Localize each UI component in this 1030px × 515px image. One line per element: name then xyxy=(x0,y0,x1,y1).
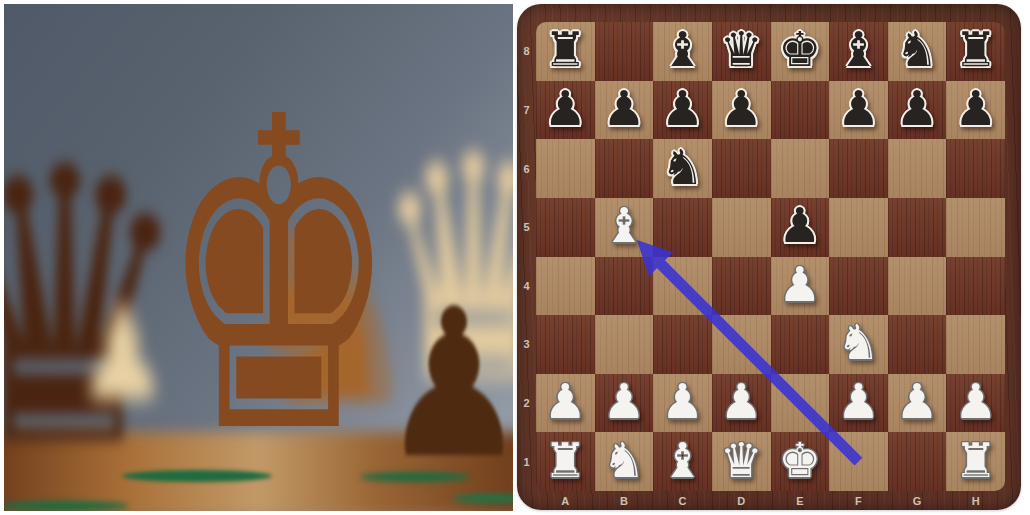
file-label-c: C xyxy=(653,491,712,510)
black-pawn-g7: ♟ xyxy=(896,84,939,132)
square-e1: ♚ xyxy=(771,432,830,491)
white-rook-a1: ♜ xyxy=(544,436,587,484)
square-b2: ♟ xyxy=(595,374,654,433)
file-label-e: E xyxy=(771,491,830,510)
black-pawn-e5: ♟ xyxy=(778,201,821,249)
square-c4 xyxy=(653,257,712,316)
white-knight-f3: ♞ xyxy=(837,318,880,366)
square-a1: ♜ xyxy=(536,432,595,491)
file-label-a: A xyxy=(536,491,595,510)
black-bishop-f8: ♝ xyxy=(837,25,880,73)
file-label-b: B xyxy=(595,491,654,510)
square-c5 xyxy=(653,198,712,257)
white-pawn-f2: ♟ xyxy=(837,377,880,425)
black-rook-a8: ♜ xyxy=(544,25,587,73)
rank-label-6: 6 xyxy=(517,139,536,198)
square-c7: ♟ xyxy=(653,81,712,140)
square-b6 xyxy=(595,139,654,198)
square-d6 xyxy=(712,139,771,198)
square-h4 xyxy=(946,257,1005,316)
rank-label-7: 7 xyxy=(517,81,536,140)
square-a8: ♜ xyxy=(536,22,595,81)
square-f7: ♟ xyxy=(829,81,888,140)
rank-label-4: 4 xyxy=(517,257,536,316)
square-b8 xyxy=(595,22,654,81)
file-label-h: H xyxy=(946,491,1005,510)
rank-label-5: 5 xyxy=(517,198,536,257)
white-pawn-h2: ♟ xyxy=(954,377,997,425)
square-g6 xyxy=(888,139,947,198)
square-h2: ♟ xyxy=(946,374,1005,433)
square-h8: ♜ xyxy=(946,22,1005,81)
square-b4 xyxy=(595,257,654,316)
square-f1 xyxy=(829,432,888,491)
square-g5 xyxy=(888,198,947,257)
rank-label-8: 8 xyxy=(517,22,536,81)
square-g2: ♟ xyxy=(888,374,947,433)
black-knight-g8: ♞ xyxy=(896,25,939,73)
square-g4 xyxy=(888,257,947,316)
square-d7: ♟ xyxy=(712,81,771,140)
square-f3: ♞ xyxy=(829,315,888,374)
square-a5 xyxy=(536,198,595,257)
square-g7: ♟ xyxy=(888,81,947,140)
black-queen-d8: ♛ xyxy=(720,25,763,73)
square-g8: ♞ xyxy=(888,22,947,81)
square-c6: ♞ xyxy=(653,139,712,198)
black-bishop-c8: ♝ xyxy=(661,25,704,73)
photo-panel: ♛♟♞♛♚♟♝ xyxy=(4,4,513,511)
black-pawn-h7: ♟ xyxy=(954,84,997,132)
square-c1: ♝ xyxy=(653,432,712,491)
black-pawn-c7: ♟ xyxy=(661,84,704,132)
white-pawn-b2: ♟ xyxy=(602,377,645,425)
board-grid: ♜♝♛♚♝♞♜♟♟♟♟♟♟♟♞♝♟♟♞♟♟♟♟♟♟♟♜♞♝♛♚♜ xyxy=(536,22,1005,491)
square-f4 xyxy=(829,257,888,316)
square-g1 xyxy=(888,432,947,491)
square-h1: ♜ xyxy=(946,432,1005,491)
square-d5 xyxy=(712,198,771,257)
square-a4 xyxy=(536,257,595,316)
white-knight-b1: ♞ xyxy=(602,436,645,484)
square-h5 xyxy=(946,198,1005,257)
white-pawn-e4: ♟ xyxy=(778,260,821,308)
square-f8: ♝ xyxy=(829,22,888,81)
black-pawn-d7: ♟ xyxy=(720,84,763,132)
square-e8: ♚ xyxy=(771,22,830,81)
square-d3 xyxy=(712,315,771,374)
square-g3 xyxy=(888,315,947,374)
file-label-f: F xyxy=(829,491,888,510)
white-king-e1: ♚ xyxy=(778,436,821,484)
rank-labels: 87654321 xyxy=(517,22,536,491)
white-pawn-a2: ♟ xyxy=(544,377,587,425)
rank-label-3: 3 xyxy=(517,315,536,374)
chess-board: 87654321 ♜♝♛♚♝♞♜♟♟♟♟♟♟♟♞♝♟♟♞♟♟♟♟♟♟♟♜♞♝♛♚… xyxy=(517,4,1021,510)
file-labels: ABCDEFGH xyxy=(536,491,1005,510)
square-h7: ♟ xyxy=(946,81,1005,140)
square-a6 xyxy=(536,139,595,198)
rank-label-2: 2 xyxy=(517,374,536,433)
square-c3 xyxy=(653,315,712,374)
white-pawn-d2: ♟ xyxy=(720,377,763,425)
black-pawn-a7: ♟ xyxy=(544,84,587,132)
square-f5 xyxy=(829,198,888,257)
square-e3 xyxy=(771,315,830,374)
white-rook-h1: ♜ xyxy=(954,436,997,484)
black-king-e8: ♚ xyxy=(778,25,821,73)
square-e7 xyxy=(771,81,830,140)
square-d2: ♟ xyxy=(712,374,771,433)
photo-light-pawn-glimpse: ♟ xyxy=(76,289,169,419)
square-d4 xyxy=(712,257,771,316)
square-c2: ♟ xyxy=(653,374,712,433)
white-queen-d1: ♛ xyxy=(720,436,763,484)
file-label-d: D xyxy=(712,491,771,510)
black-rook-h8: ♜ xyxy=(954,25,997,73)
photo-dark-bishop-edge: ♝ xyxy=(483,194,513,504)
square-d8: ♛ xyxy=(712,22,771,81)
square-c8: ♝ xyxy=(653,22,712,81)
square-f6 xyxy=(829,139,888,198)
square-b3 xyxy=(595,315,654,374)
photo-green-felt-strip-left xyxy=(4,501,129,511)
black-pawn-b7: ♟ xyxy=(602,84,645,132)
white-pawn-c2: ♟ xyxy=(661,377,704,425)
rank-label-1: 1 xyxy=(517,432,536,491)
file-label-g: G xyxy=(888,491,947,510)
square-h6 xyxy=(946,139,1005,198)
square-b7: ♟ xyxy=(595,81,654,140)
white-bishop-c1: ♝ xyxy=(661,436,704,484)
square-e5: ♟ xyxy=(771,198,830,257)
square-e4: ♟ xyxy=(771,257,830,316)
square-f2: ♟ xyxy=(829,374,888,433)
square-a2: ♟ xyxy=(536,374,595,433)
white-pawn-g2: ♟ xyxy=(896,377,939,425)
square-a7: ♟ xyxy=(536,81,595,140)
square-b5: ♝ xyxy=(595,198,654,257)
black-pawn-f7: ♟ xyxy=(837,84,880,132)
square-b1: ♞ xyxy=(595,432,654,491)
black-knight-c6: ♞ xyxy=(661,143,704,191)
square-e6 xyxy=(771,139,830,198)
photo-dark-king-in-focus: ♚ xyxy=(159,62,398,492)
square-a3 xyxy=(536,315,595,374)
square-d1: ♛ xyxy=(712,432,771,491)
square-e2 xyxy=(771,374,830,433)
white-bishop-b5: ♝ xyxy=(602,201,645,249)
square-h3 xyxy=(946,315,1005,374)
